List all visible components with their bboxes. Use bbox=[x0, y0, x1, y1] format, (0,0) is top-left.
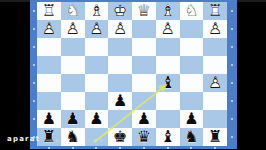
coord-dot bbox=[48, 147, 50, 149]
square-h6[interactable] bbox=[37, 92, 61, 110]
piece-white-pawn-outline: ♙ bbox=[85, 20, 109, 38]
piece-white-rook-outline: ♖ bbox=[203, 2, 227, 20]
piece-white-pawn: ♟ bbox=[37, 20, 61, 38]
piece-white-pawn-outline: ♙ bbox=[61, 20, 85, 38]
piece-black-pawn: ♟ bbox=[180, 110, 204, 128]
square-f2[interactable]: ♟♙ bbox=[85, 20, 109, 38]
piece-white-bishop-outline: ♗ bbox=[85, 2, 109, 20]
square-b6[interactable] bbox=[180, 92, 204, 110]
square-g3[interactable] bbox=[61, 38, 85, 56]
square-c5[interactable]: ♝ bbox=[156, 74, 180, 92]
piece-white-pawn-outline: ♙ bbox=[108, 20, 132, 38]
square-a6[interactable] bbox=[203, 92, 227, 110]
square-g1[interactable]: ♞♘ bbox=[61, 2, 85, 20]
piece-white-pawn: ♟ bbox=[61, 20, 85, 38]
square-e6[interactable]: ♟ bbox=[108, 92, 132, 110]
piece-white-queen: ♛ bbox=[132, 2, 156, 20]
square-h3[interactable] bbox=[37, 38, 61, 56]
piece-black-bishop: ♝ bbox=[156, 74, 180, 92]
coord-dot bbox=[33, 100, 35, 102]
square-b5[interactable] bbox=[180, 74, 204, 92]
piece-white-pawn: ♟ bbox=[203, 74, 227, 92]
piece-white-pawn: ♟ bbox=[85, 20, 109, 38]
square-b4[interactable] bbox=[180, 56, 204, 74]
square-e4[interactable] bbox=[108, 56, 132, 74]
piece-black-pawn: ♟ bbox=[61, 110, 85, 128]
coord-dot bbox=[143, 147, 145, 149]
square-e1[interactable]: ♚♔ bbox=[108, 2, 132, 20]
square-e2[interactable]: ♟♙ bbox=[108, 20, 132, 38]
square-c3[interactable] bbox=[156, 38, 180, 56]
square-f3[interactable] bbox=[85, 38, 109, 56]
square-d3[interactable] bbox=[132, 38, 156, 56]
coord-dot bbox=[231, 118, 233, 120]
piece-black-king: ♚ bbox=[108, 128, 132, 146]
square-d4[interactable] bbox=[132, 56, 156, 74]
square-a3[interactable] bbox=[203, 38, 227, 56]
square-b3[interactable] bbox=[180, 38, 204, 56]
piece-white-bishop: ♝ bbox=[85, 2, 109, 20]
square-h7[interactable]: ♟ bbox=[37, 110, 61, 128]
square-e8[interactable]: ♚ bbox=[108, 128, 132, 146]
coord-dot bbox=[231, 10, 233, 12]
square-d6[interactable] bbox=[132, 92, 156, 110]
piece-white-pawn-outline: ♙ bbox=[203, 20, 227, 38]
piece-black-pawn: ♟ bbox=[108, 92, 132, 110]
square-a1[interactable]: ♜♖ bbox=[203, 2, 227, 20]
square-d2[interactable] bbox=[132, 20, 156, 38]
coord-dot bbox=[231, 100, 233, 102]
square-d1[interactable]: ♛♕ bbox=[132, 2, 156, 20]
square-h4[interactable] bbox=[37, 56, 61, 74]
coord-dot bbox=[231, 82, 233, 84]
coord-dot bbox=[214, 147, 216, 149]
square-g5[interactable] bbox=[61, 74, 85, 92]
piece-white-rook: ♜ bbox=[37, 2, 61, 20]
square-c6[interactable] bbox=[156, 92, 180, 110]
coord-dot bbox=[231, 28, 233, 30]
square-c8[interactable]: ♝ bbox=[156, 128, 180, 146]
coord-dot bbox=[33, 64, 35, 66]
coord-dot bbox=[33, 10, 35, 12]
square-a2[interactable]: ♟♙ bbox=[203, 20, 227, 38]
piece-white-pawn: ♟ bbox=[108, 20, 132, 38]
piece-black-queen: ♛ bbox=[132, 128, 156, 146]
watermark-brand: aparat bbox=[7, 135, 40, 143]
piece-white-pawn-outline: ♙ bbox=[37, 20, 61, 38]
piece-white-rook: ♜ bbox=[203, 2, 227, 20]
square-a8[interactable]: ♜ bbox=[203, 128, 227, 146]
square-g2[interactable]: ♟♙ bbox=[61, 20, 85, 38]
piece-white-knight-outline: ♘ bbox=[61, 2, 85, 20]
coord-dot bbox=[231, 64, 233, 66]
piece-white-rook-outline: ♖ bbox=[37, 2, 61, 20]
piece-white-bishop-outline: ♗ bbox=[156, 2, 180, 20]
square-d8[interactable]: ♛ bbox=[132, 128, 156, 146]
square-f7[interactable]: ♟ bbox=[85, 110, 109, 128]
square-b2[interactable] bbox=[180, 20, 204, 38]
square-a4[interactable] bbox=[203, 56, 227, 74]
piece-white-pawn-outline: ♙ bbox=[203, 74, 227, 92]
coord-dot bbox=[33, 118, 35, 120]
square-c2[interactable]: ♟♙ bbox=[156, 20, 180, 38]
square-h5[interactable] bbox=[37, 74, 61, 92]
piece-white-bishop: ♝ bbox=[156, 2, 180, 20]
square-c1[interactable]: ♝♗ bbox=[156, 2, 180, 20]
watermark-faint-text: co lanc es bbox=[50, 136, 105, 143]
coord-dot bbox=[119, 147, 121, 149]
square-e5[interactable] bbox=[108, 74, 132, 92]
square-f1[interactable]: ♝♗ bbox=[85, 2, 109, 20]
coord-dot bbox=[167, 147, 169, 149]
piece-white-knight-outline: ♘ bbox=[180, 2, 204, 20]
piece-white-knight: ♞ bbox=[180, 2, 204, 20]
piece-black-rook: ♜ bbox=[203, 128, 227, 146]
piece-white-pawn: ♟ bbox=[156, 20, 180, 38]
square-e3[interactable] bbox=[108, 38, 132, 56]
square-c4[interactable] bbox=[156, 56, 180, 74]
square-g4[interactable] bbox=[61, 56, 85, 74]
piece-white-pawn: ♟ bbox=[203, 20, 227, 38]
square-h1[interactable]: ♜♖ bbox=[37, 2, 61, 20]
coord-dot bbox=[231, 46, 233, 48]
square-e7[interactable] bbox=[108, 110, 132, 128]
square-a7[interactable] bbox=[203, 110, 227, 128]
square-f5[interactable] bbox=[85, 74, 109, 92]
square-g6[interactable] bbox=[61, 92, 85, 110]
piece-white-king: ♚ bbox=[108, 2, 132, 20]
piece-black-pawn: ♟ bbox=[85, 110, 109, 128]
square-a5[interactable]: ♟♙ bbox=[203, 74, 227, 92]
piece-black-pawn: ♟ bbox=[37, 110, 61, 128]
piece-black-bishop: ♝ bbox=[156, 128, 180, 146]
coord-dot bbox=[33, 28, 35, 30]
coord-dot bbox=[33, 46, 35, 48]
piece-white-queen-outline: ♕ bbox=[132, 2, 156, 20]
square-b1[interactable]: ♞♘ bbox=[180, 2, 204, 20]
coord-dot bbox=[33, 82, 35, 84]
square-d7[interactable]: ♟ bbox=[132, 110, 156, 128]
square-b8[interactable]: ♞ bbox=[180, 128, 204, 146]
square-b7[interactable]: ♟ bbox=[180, 110, 204, 128]
piece-black-pawn: ♟ bbox=[132, 110, 156, 128]
square-h2[interactable]: ♟♙ bbox=[37, 20, 61, 38]
coord-dot bbox=[231, 136, 233, 138]
coord-dot bbox=[72, 147, 74, 149]
piece-white-king-outline: ♔ bbox=[108, 2, 132, 20]
square-f6[interactable] bbox=[85, 92, 109, 110]
square-c7[interactable] bbox=[156, 110, 180, 128]
piece-black-knight: ♞ bbox=[180, 128, 204, 146]
square-g7[interactable]: ♟ bbox=[61, 110, 85, 128]
square-d5[interactable] bbox=[132, 74, 156, 92]
square-f4[interactable] bbox=[85, 56, 109, 74]
chess-board: ♜♖♞♘♝♗♚♔♛♕♝♗♞♘♜♖♟♙♟♙♟♙♟♙♟♙♟♙♝♟♙♟♟♟♟♟♟♜♞♚… bbox=[37, 2, 227, 146]
piece-white-knight: ♞ bbox=[61, 2, 85, 20]
piece-white-pawn-outline: ♙ bbox=[156, 20, 180, 38]
